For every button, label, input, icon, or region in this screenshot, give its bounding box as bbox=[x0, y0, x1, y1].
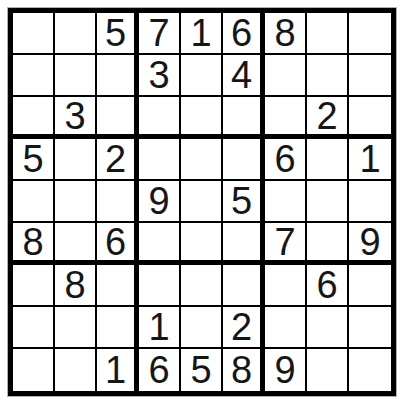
sudoku-cell-r6c7-given[interactable]: 7 bbox=[265, 223, 307, 265]
sudoku-cell-r5c6-given[interactable]: 5 bbox=[223, 181, 265, 223]
sudoku-cell-r5c5-empty[interactable] bbox=[181, 181, 223, 223]
sudoku-cell-r3c2-given[interactable]: 3 bbox=[55, 97, 97, 139]
sudoku-cell-r1c7-given[interactable]: 8 bbox=[265, 13, 307, 55]
sudoku-cell-r4c8-empty[interactable] bbox=[307, 139, 349, 181]
sudoku-cell-r9c4-given[interactable]: 6 bbox=[139, 349, 181, 391]
sudoku-cell-r6c3-given[interactable]: 6 bbox=[97, 223, 139, 265]
sudoku-cell-r6c8-empty[interactable] bbox=[307, 223, 349, 265]
sudoku-cell-r2c9-empty[interactable] bbox=[349, 55, 391, 97]
sudoku-cell-r7c6-empty[interactable] bbox=[223, 265, 265, 307]
sudoku-cell-r7c2-given[interactable]: 8 bbox=[55, 265, 97, 307]
sudoku-board: 5716834325261958679861216589 bbox=[8, 8, 396, 396]
sudoku-cell-r6c4-empty[interactable] bbox=[139, 223, 181, 265]
sudoku-cell-r7c3-empty[interactable] bbox=[97, 265, 139, 307]
sudoku-cell-r1c3-given[interactable]: 5 bbox=[97, 13, 139, 55]
sudoku-cell-r7c8-given[interactable]: 6 bbox=[307, 265, 349, 307]
sudoku-cell-r2c4-given[interactable]: 3 bbox=[139, 55, 181, 97]
sudoku-cell-r4c3-given[interactable]: 2 bbox=[97, 139, 139, 181]
sudoku-cell-r1c2-empty[interactable] bbox=[55, 13, 97, 55]
sudoku-cell-r4c2-empty[interactable] bbox=[55, 139, 97, 181]
sudoku-cell-r4c4-empty[interactable] bbox=[139, 139, 181, 181]
sudoku-cell-r1c9-empty[interactable] bbox=[349, 13, 391, 55]
sudoku-cell-r8c3-empty[interactable] bbox=[97, 307, 139, 349]
sudoku-cell-r9c8-empty[interactable] bbox=[307, 349, 349, 391]
sudoku-cell-r9c2-empty[interactable] bbox=[55, 349, 97, 391]
sudoku-cell-r6c2-empty[interactable] bbox=[55, 223, 97, 265]
sudoku-cell-r7c5-empty[interactable] bbox=[181, 265, 223, 307]
sudoku-cell-r9c5-given[interactable]: 5 bbox=[181, 349, 223, 391]
sudoku-cell-r1c1-empty[interactable] bbox=[13, 13, 55, 55]
sudoku-cell-r6c6-empty[interactable] bbox=[223, 223, 265, 265]
sudoku-cell-r4c1-given[interactable]: 5 bbox=[13, 139, 55, 181]
sudoku-cell-r2c6-given[interactable]: 4 bbox=[223, 55, 265, 97]
sudoku-cell-r5c4-given[interactable]: 9 bbox=[139, 181, 181, 223]
sudoku-cell-r4c7-given[interactable]: 6 bbox=[265, 139, 307, 181]
sudoku-cell-r8c2-empty[interactable] bbox=[55, 307, 97, 349]
sudoku-cell-r2c1-empty[interactable] bbox=[13, 55, 55, 97]
sudoku-cell-r5c9-empty[interactable] bbox=[349, 181, 391, 223]
sudoku-cell-r3c5-empty[interactable] bbox=[181, 97, 223, 139]
sudoku-cell-r9c1-empty[interactable] bbox=[13, 349, 55, 391]
sudoku-cell-r1c5-given[interactable]: 1 bbox=[181, 13, 223, 55]
sudoku-cell-r9c3-given[interactable]: 1 bbox=[97, 349, 139, 391]
sudoku-cell-r8c6-given[interactable]: 2 bbox=[223, 307, 265, 349]
sudoku-cell-r5c7-empty[interactable] bbox=[265, 181, 307, 223]
sudoku-cell-r6c1-given[interactable]: 8 bbox=[13, 223, 55, 265]
sudoku-cell-r3c8-given[interactable]: 2 bbox=[307, 97, 349, 139]
sudoku-cell-r3c3-empty[interactable] bbox=[97, 97, 139, 139]
sudoku-cell-r7c7-empty[interactable] bbox=[265, 265, 307, 307]
sudoku-cell-r8c5-empty[interactable] bbox=[181, 307, 223, 349]
sudoku-cell-r7c1-empty[interactable] bbox=[13, 265, 55, 307]
sudoku-cell-r2c3-empty[interactable] bbox=[97, 55, 139, 97]
sudoku-cell-r5c3-empty[interactable] bbox=[97, 181, 139, 223]
sudoku-cell-r8c9-empty[interactable] bbox=[349, 307, 391, 349]
sudoku-cell-r8c1-empty[interactable] bbox=[13, 307, 55, 349]
sudoku-cell-r1c8-empty[interactable] bbox=[307, 13, 349, 55]
sudoku-cell-r9c9-empty[interactable] bbox=[349, 349, 391, 391]
sudoku-cell-r4c5-empty[interactable] bbox=[181, 139, 223, 181]
sudoku-cell-r8c7-empty[interactable] bbox=[265, 307, 307, 349]
sudoku-cell-r7c9-empty[interactable] bbox=[349, 265, 391, 307]
sudoku-cell-r2c5-empty[interactable] bbox=[181, 55, 223, 97]
sudoku-cell-r3c4-empty[interactable] bbox=[139, 97, 181, 139]
sudoku-cell-r8c4-given[interactable]: 1 bbox=[139, 307, 181, 349]
sudoku-cell-r1c6-given[interactable]: 6 bbox=[223, 13, 265, 55]
sudoku-cell-r4c6-empty[interactable] bbox=[223, 139, 265, 181]
sudoku-cell-r5c8-empty[interactable] bbox=[307, 181, 349, 223]
sudoku-cell-r5c1-empty[interactable] bbox=[13, 181, 55, 223]
sudoku-cell-r3c6-empty[interactable] bbox=[223, 97, 265, 139]
sudoku-cell-r1c4-given[interactable]: 7 bbox=[139, 13, 181, 55]
sudoku-cell-r7c4-empty[interactable] bbox=[139, 265, 181, 307]
sudoku-cell-r2c8-empty[interactable] bbox=[307, 55, 349, 97]
sudoku-cell-r4c9-given[interactable]: 1 bbox=[349, 139, 391, 181]
sudoku-cell-r3c9-empty[interactable] bbox=[349, 97, 391, 139]
sudoku-cell-r2c2-empty[interactable] bbox=[55, 55, 97, 97]
sudoku-cell-r9c7-given[interactable]: 9 bbox=[265, 349, 307, 391]
sudoku-cell-r5c2-empty[interactable] bbox=[55, 181, 97, 223]
sudoku-cell-r6c9-given[interactable]: 9 bbox=[349, 223, 391, 265]
sudoku-cell-r6c5-empty[interactable] bbox=[181, 223, 223, 265]
sudoku-cell-r9c6-given[interactable]: 8 bbox=[223, 349, 265, 391]
sudoku-cell-r8c8-empty[interactable] bbox=[307, 307, 349, 349]
sudoku-cell-r3c1-empty[interactable] bbox=[13, 97, 55, 139]
sudoku-cell-r2c7-empty[interactable] bbox=[265, 55, 307, 97]
sudoku-cell-r3c7-empty[interactable] bbox=[265, 97, 307, 139]
